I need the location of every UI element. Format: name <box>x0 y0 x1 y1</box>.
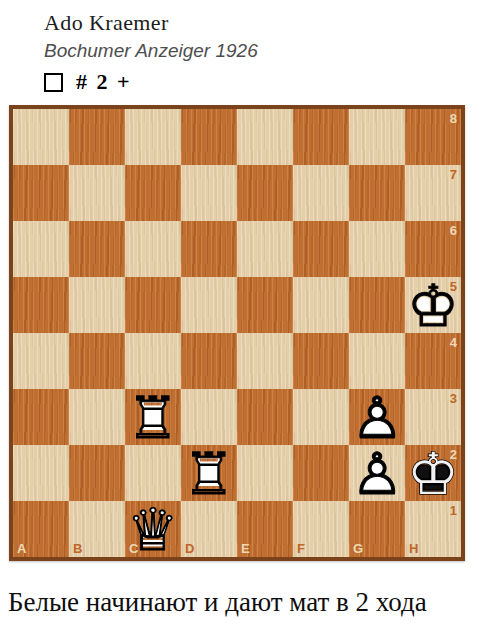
chess-board: 8765♚♔4♜♖♟♙3♜♖♟♙2♚♔ABC♛♕DEFG1H <box>9 105 465 561</box>
rank-label: 6 <box>450 224 457 237</box>
white-pawn-icon: ♟ <box>351 445 403 503</box>
file-label: F <box>297 542 305 555</box>
square-d4[interactable] <box>181 333 237 389</box>
square-c2[interactable] <box>125 445 181 501</box>
piece-white-queen[interactable]: ♛♕ <box>125 501 181 557</box>
black-king-icon: ♚ <box>407 445 459 503</box>
square-g5[interactable] <box>349 277 405 333</box>
square-h1[interactable]: 1H <box>405 501 461 557</box>
square-d2[interactable]: ♜♖ <box>181 445 237 501</box>
square-f4[interactable] <box>293 333 349 389</box>
square-d7[interactable] <box>181 165 237 221</box>
square-b1[interactable]: B <box>69 501 125 557</box>
square-g3[interactable]: ♟♙ <box>349 389 405 445</box>
rank-label: 8 <box>450 112 457 125</box>
piece-white-king[interactable]: ♚♔ <box>405 277 461 333</box>
square-a2[interactable] <box>13 445 69 501</box>
square-g7[interactable] <box>349 165 405 221</box>
square-f3[interactable] <box>293 389 349 445</box>
caption-text: Белые начинают и дают мат в 2 хода <box>8 586 488 618</box>
square-b4[interactable] <box>69 333 125 389</box>
square-c6[interactable] <box>125 221 181 277</box>
file-label: A <box>17 542 26 555</box>
file-label: D <box>185 542 194 555</box>
square-a5[interactable] <box>13 277 69 333</box>
square-e5[interactable] <box>237 277 293 333</box>
white-queen-outline-icon: ♕ <box>127 501 179 559</box>
white-pawn-icon: ♟ <box>351 389 403 447</box>
piece-white-rook[interactable]: ♜♖ <box>125 389 181 445</box>
square-g6[interactable] <box>349 221 405 277</box>
square-e8[interactable] <box>237 109 293 165</box>
file-label: H <box>409 542 418 555</box>
white-rook-icon: ♜ <box>183 445 235 503</box>
square-f1[interactable]: F <box>293 501 349 557</box>
square-a7[interactable] <box>13 165 69 221</box>
square-e3[interactable] <box>237 389 293 445</box>
square-b5[interactable] <box>69 277 125 333</box>
white-king-outline-icon: ♔ <box>407 277 459 335</box>
square-e6[interactable] <box>237 221 293 277</box>
square-c4[interactable] <box>125 333 181 389</box>
square-c7[interactable] <box>125 165 181 221</box>
white-rook-outline-icon: ♖ <box>183 445 235 503</box>
square-h5[interactable]: 5♚♔ <box>405 277 461 333</box>
square-g4[interactable] <box>349 333 405 389</box>
square-f7[interactable] <box>293 165 349 221</box>
square-d8[interactable] <box>181 109 237 165</box>
rank-label: 1 <box>450 504 457 517</box>
square-g8[interactable] <box>349 109 405 165</box>
white-king-icon: ♚ <box>407 277 459 335</box>
white-to-move-icon <box>44 73 63 92</box>
square-b2[interactable] <box>69 445 125 501</box>
piece-white-pawn[interactable]: ♟♙ <box>349 445 405 501</box>
square-a4[interactable] <box>13 333 69 389</box>
file-label: E <box>241 542 250 555</box>
square-b3[interactable] <box>69 389 125 445</box>
stipulation-line: # 2 + <box>44 71 488 93</box>
white-rook-icon: ♜ <box>127 389 179 447</box>
square-d1[interactable]: D <box>181 501 237 557</box>
black-king-outline-icon: ♔ <box>407 445 459 503</box>
piece-black-king[interactable]: ♚♔ <box>405 445 461 501</box>
square-a3[interactable] <box>13 389 69 445</box>
white-queen-icon: ♛ <box>127 501 179 559</box>
square-f2[interactable] <box>293 445 349 501</box>
problem-header: Ado Kraemer Bochumer Anzeiger 1926 # 2 + <box>0 0 488 96</box>
square-c1[interactable]: C♛♕ <box>125 501 181 557</box>
square-e7[interactable] <box>237 165 293 221</box>
rank-label: 7 <box>450 168 457 181</box>
square-c3[interactable]: ♜♖ <box>125 389 181 445</box>
white-rook-outline-icon: ♖ <box>127 389 179 447</box>
piece-white-rook[interactable]: ♜♖ <box>181 445 237 501</box>
white-pawn-outline-icon: ♙ <box>351 389 403 447</box>
file-label: G <box>353 542 363 555</box>
rank-label: 4 <box>450 336 457 349</box>
square-b7[interactable] <box>69 165 125 221</box>
square-h6[interactable]: 6 <box>405 221 461 277</box>
square-e4[interactable] <box>237 333 293 389</box>
square-b6[interactable] <box>69 221 125 277</box>
square-b8[interactable] <box>69 109 125 165</box>
square-a6[interactable] <box>13 221 69 277</box>
square-f5[interactable] <box>293 277 349 333</box>
square-c5[interactable] <box>125 277 181 333</box>
square-a8[interactable] <box>13 109 69 165</box>
piece-white-pawn[interactable]: ♟♙ <box>349 389 405 445</box>
square-h7[interactable]: 7 <box>405 165 461 221</box>
square-a1[interactable]: A <box>13 501 69 557</box>
square-g2[interactable]: ♟♙ <box>349 445 405 501</box>
square-e2[interactable] <box>237 445 293 501</box>
square-f8[interactable] <box>293 109 349 165</box>
square-h4[interactable]: 4 <box>405 333 461 389</box>
square-f6[interactable] <box>293 221 349 277</box>
square-g1[interactable]: G <box>349 501 405 557</box>
square-c8[interactable] <box>125 109 181 165</box>
square-d6[interactable] <box>181 221 237 277</box>
square-d5[interactable] <box>181 277 237 333</box>
source-line: Bochumer Anzeiger 1926 <box>44 40 488 63</box>
page-title: Ado Kraemer <box>44 9 488 37</box>
square-d3[interactable] <box>181 389 237 445</box>
square-h8[interactable]: 8 <box>405 109 461 165</box>
file-label: B <box>73 542 82 555</box>
rank-label: 3 <box>450 392 457 405</box>
square-e1[interactable]: E <box>237 501 293 557</box>
square-h3[interactable]: 3 <box>405 389 461 445</box>
white-pawn-outline-icon: ♙ <box>351 445 403 503</box>
square-h2[interactable]: 2♚♔ <box>405 445 461 501</box>
stipulation-text: # 2 + <box>76 71 132 93</box>
